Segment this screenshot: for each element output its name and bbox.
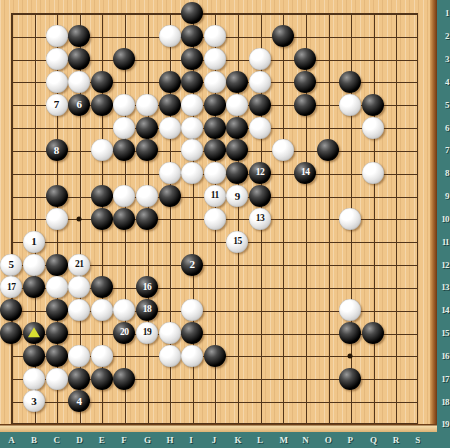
- intersection-D17[interactable]: [68, 367, 91, 390]
- intersection-E9[interactable]: [90, 185, 113, 208]
- intersection-B15[interactable]: [23, 322, 46, 345]
- intersection-K9[interactable]: 9: [226, 185, 249, 208]
- intersection-A16[interactable]: [0, 344, 23, 367]
- intersection-L10[interactable]: 13: [249, 207, 272, 230]
- intersection-I9[interactable]: [181, 185, 204, 208]
- intersection-N11[interactable]: [294, 230, 317, 253]
- intersection-C3[interactable]: [45, 48, 68, 71]
- intersection-C2[interactable]: [45, 25, 68, 48]
- intersection-G9[interactable]: [136, 185, 159, 208]
- intersection-M6[interactable]: [271, 116, 294, 139]
- intersection-N15[interactable]: [294, 322, 317, 345]
- intersection-M15[interactable]: [271, 322, 294, 345]
- intersection-C8[interactable]: [45, 162, 68, 185]
- intersection-P17[interactable]: [339, 367, 362, 390]
- intersection-N6[interactable]: [294, 116, 317, 139]
- intersection-Q16[interactable]: [362, 344, 385, 367]
- intersection-B6[interactable]: [23, 116, 46, 139]
- intersection-L14[interactable]: [249, 299, 272, 322]
- intersection-H11[interactable]: [158, 230, 181, 253]
- intersection-R16[interactable]: [384, 344, 407, 367]
- intersection-M8[interactable]: [271, 162, 294, 185]
- intersection-F3[interactable]: [113, 48, 136, 71]
- intersection-D7[interactable]: [68, 139, 91, 162]
- intersection-Q10[interactable]: [362, 207, 385, 230]
- intersection-L5[interactable]: [249, 93, 272, 116]
- intersection-G10[interactable]: [136, 207, 159, 230]
- intersection-P9[interactable]: [339, 185, 362, 208]
- intersection-F13[interactable]: [113, 276, 136, 299]
- intersection-B18[interactable]: 3: [23, 390, 46, 413]
- intersection-A14[interactable]: [0, 299, 23, 322]
- intersection-I4[interactable]: [181, 70, 204, 93]
- intersection-K6[interactable]: [226, 116, 249, 139]
- intersection-M7[interactable]: [271, 139, 294, 162]
- intersection-J17[interactable]: [203, 367, 226, 390]
- intersection-H4[interactable]: [158, 70, 181, 93]
- intersection-P12[interactable]: [339, 253, 362, 276]
- intersection-O7[interactable]: [317, 139, 340, 162]
- intersection-O12[interactable]: [317, 253, 340, 276]
- intersection-S6[interactable]: [407, 116, 430, 139]
- intersection-L17[interactable]: [249, 367, 272, 390]
- intersection-E14[interactable]: [90, 299, 113, 322]
- intersection-J4[interactable]: [203, 70, 226, 93]
- intersection-K3[interactable]: [226, 48, 249, 71]
- intersection-C5[interactable]: 7: [45, 93, 68, 116]
- intersection-A18[interactable]: [0, 390, 23, 413]
- intersection-D12[interactable]: 21: [68, 253, 91, 276]
- intersection-S3[interactable]: [407, 48, 430, 71]
- intersection-O5[interactable]: [317, 93, 340, 116]
- intersection-A15[interactable]: [0, 322, 23, 345]
- intersection-Q7[interactable]: [362, 139, 385, 162]
- intersection-I6[interactable]: [181, 116, 204, 139]
- intersection-Q15[interactable]: [362, 322, 385, 345]
- intersection-G1[interactable]: [136, 2, 159, 25]
- intersection-N5[interactable]: [294, 93, 317, 116]
- intersection-F4[interactable]: [113, 70, 136, 93]
- intersection-I3[interactable]: [181, 48, 204, 71]
- intersection-L12[interactable]: [249, 253, 272, 276]
- intersection-B7[interactable]: [23, 139, 46, 162]
- intersection-A10[interactable]: [0, 207, 23, 230]
- intersection-C13[interactable]: [45, 276, 68, 299]
- intersection-E5[interactable]: [90, 93, 113, 116]
- intersection-A1[interactable]: [0, 2, 23, 25]
- intersection-G16[interactable]: [136, 344, 159, 367]
- intersection-J1[interactable]: [203, 2, 226, 25]
- intersection-J10[interactable]: [203, 207, 226, 230]
- intersection-H10[interactable]: [158, 207, 181, 230]
- intersection-K17[interactable]: [226, 367, 249, 390]
- intersection-S5[interactable]: [407, 93, 430, 116]
- intersection-R17[interactable]: [384, 367, 407, 390]
- intersection-M17[interactable]: [271, 367, 294, 390]
- intersection-K18[interactable]: [226, 390, 249, 413]
- intersection-E10[interactable]: [90, 207, 113, 230]
- intersection-R13[interactable]: [384, 276, 407, 299]
- intersection-S16[interactable]: [407, 344, 430, 367]
- intersection-I1[interactable]: [181, 2, 204, 25]
- intersection-G2[interactable]: [136, 25, 159, 48]
- intersection-A11[interactable]: [0, 230, 23, 253]
- intersection-F10[interactable]: [113, 207, 136, 230]
- intersection-P11[interactable]: [339, 230, 362, 253]
- intersection-F5[interactable]: [113, 93, 136, 116]
- intersection-N10[interactable]: [294, 207, 317, 230]
- intersection-C12[interactable]: [45, 253, 68, 276]
- intersection-R7[interactable]: [384, 139, 407, 162]
- intersection-B8[interactable]: [23, 162, 46, 185]
- intersection-O3[interactable]: [317, 48, 340, 71]
- intersection-S15[interactable]: [407, 322, 430, 345]
- intersection-C14[interactable]: [45, 299, 68, 322]
- intersection-O15[interactable]: [317, 322, 340, 345]
- intersection-K11[interactable]: 15: [226, 230, 249, 253]
- intersection-G7[interactable]: [136, 139, 159, 162]
- intersection-E4[interactable]: [90, 70, 113, 93]
- intersection-C10[interactable]: [45, 207, 68, 230]
- intersection-Q18[interactable]: [362, 390, 385, 413]
- intersection-C15[interactable]: [45, 322, 68, 345]
- intersection-C11[interactable]: [45, 230, 68, 253]
- intersection-F14[interactable]: [113, 299, 136, 322]
- intersection-D14[interactable]: [68, 299, 91, 322]
- intersection-F7[interactable]: [113, 139, 136, 162]
- intersection-D2[interactable]: [68, 25, 91, 48]
- intersection-F16[interactable]: [113, 344, 136, 367]
- intersection-S17[interactable]: [407, 367, 430, 390]
- intersection-K15[interactable]: [226, 322, 249, 345]
- intersection-G15[interactable]: 19: [136, 322, 159, 345]
- intersection-L15[interactable]: [249, 322, 272, 345]
- intersection-D15[interactable]: [68, 322, 91, 345]
- intersection-H17[interactable]: [158, 367, 181, 390]
- intersection-J13[interactable]: [203, 276, 226, 299]
- intersection-B16[interactable]: [23, 344, 46, 367]
- intersection-D13[interactable]: [68, 276, 91, 299]
- intersection-N1[interactable]: [294, 2, 317, 25]
- intersection-G3[interactable]: [136, 48, 159, 71]
- intersection-R8[interactable]: [384, 162, 407, 185]
- intersection-A3[interactable]: [0, 48, 23, 71]
- intersection-J8[interactable]: [203, 162, 226, 185]
- intersection-S4[interactable]: [407, 70, 430, 93]
- intersection-L11[interactable]: [249, 230, 272, 253]
- intersection-N3[interactable]: [294, 48, 317, 71]
- intersection-F12[interactable]: [113, 253, 136, 276]
- intersection-R18[interactable]: [384, 390, 407, 413]
- intersection-H6[interactable]: [158, 116, 181, 139]
- intersection-G6[interactable]: [136, 116, 159, 139]
- intersection-P15[interactable]: [339, 322, 362, 345]
- intersection-I18[interactable]: [181, 390, 204, 413]
- intersection-O11[interactable]: [317, 230, 340, 253]
- intersection-O10[interactable]: [317, 207, 340, 230]
- intersection-N2[interactable]: [294, 25, 317, 48]
- intersection-R10[interactable]: [384, 207, 407, 230]
- intersection-K16[interactable]: [226, 344, 249, 367]
- intersection-H15[interactable]: [158, 322, 181, 345]
- intersection-J15[interactable]: [203, 322, 226, 345]
- intersection-J2[interactable]: [203, 25, 226, 48]
- intersection-D4[interactable]: [68, 70, 91, 93]
- intersection-G5[interactable]: [136, 93, 159, 116]
- intersection-N4[interactable]: [294, 70, 317, 93]
- intersection-F2[interactable]: [113, 25, 136, 48]
- intersection-I12[interactable]: 2: [181, 253, 204, 276]
- intersection-O8[interactable]: [317, 162, 340, 185]
- intersection-K1[interactable]: [226, 2, 249, 25]
- intersection-P18[interactable]: [339, 390, 362, 413]
- intersection-S9[interactable]: [407, 185, 430, 208]
- intersection-Q3[interactable]: [362, 48, 385, 71]
- intersection-O16[interactable]: [317, 344, 340, 367]
- intersection-R11[interactable]: [384, 230, 407, 253]
- intersection-B2[interactable]: [23, 25, 46, 48]
- intersection-H16[interactable]: [158, 344, 181, 367]
- intersection-E6[interactable]: [90, 116, 113, 139]
- intersection-M11[interactable]: [271, 230, 294, 253]
- intersection-A6[interactable]: [0, 116, 23, 139]
- intersection-J9[interactable]: 11: [203, 185, 226, 208]
- intersection-K4[interactable]: [226, 70, 249, 93]
- intersection-K14[interactable]: [226, 299, 249, 322]
- intersection-H7[interactable]: [158, 139, 181, 162]
- intersection-G11[interactable]: [136, 230, 159, 253]
- intersection-J11[interactable]: [203, 230, 226, 253]
- intersection-S11[interactable]: [407, 230, 430, 253]
- intersection-I11[interactable]: [181, 230, 204, 253]
- intersection-B17[interactable]: [23, 367, 46, 390]
- intersection-S7[interactable]: [407, 139, 430, 162]
- intersection-N17[interactable]: [294, 367, 317, 390]
- intersection-K10[interactable]: [226, 207, 249, 230]
- intersection-D1[interactable]: [68, 2, 91, 25]
- intersection-K5[interactable]: [226, 93, 249, 116]
- intersection-Q6[interactable]: [362, 116, 385, 139]
- intersection-R3[interactable]: [384, 48, 407, 71]
- intersection-O17[interactable]: [317, 367, 340, 390]
- intersection-C9[interactable]: [45, 185, 68, 208]
- intersection-J12[interactable]: [203, 253, 226, 276]
- intersection-P10[interactable]: [339, 207, 362, 230]
- intersection-B9[interactable]: [23, 185, 46, 208]
- intersection-Q4[interactable]: [362, 70, 385, 93]
- intersection-I17[interactable]: [181, 367, 204, 390]
- intersection-E8[interactable]: [90, 162, 113, 185]
- intersection-A7[interactable]: [0, 139, 23, 162]
- intersection-B13[interactable]: [23, 276, 46, 299]
- intersection-A8[interactable]: [0, 162, 23, 185]
- intersection-N13[interactable]: [294, 276, 317, 299]
- intersection-J16[interactable]: [203, 344, 226, 367]
- intersection-I15[interactable]: [181, 322, 204, 345]
- intersection-D11[interactable]: [68, 230, 91, 253]
- intersection-E2[interactable]: [90, 25, 113, 48]
- intersection-O6[interactable]: [317, 116, 340, 139]
- intersection-P1[interactable]: [339, 2, 362, 25]
- intersection-A2[interactable]: [0, 25, 23, 48]
- intersection-S18[interactable]: [407, 390, 430, 413]
- intersection-Q2[interactable]: [362, 25, 385, 48]
- intersection-H5[interactable]: [158, 93, 181, 116]
- intersection-F15[interactable]: 20: [113, 322, 136, 345]
- intersection-D9[interactable]: [68, 185, 91, 208]
- intersection-O4[interactable]: [317, 70, 340, 93]
- intersection-M13[interactable]: [271, 276, 294, 299]
- intersection-A17[interactable]: [0, 367, 23, 390]
- intersection-M12[interactable]: [271, 253, 294, 276]
- intersection-M18[interactable]: [271, 390, 294, 413]
- intersection-P7[interactable]: [339, 139, 362, 162]
- intersection-I10[interactable]: [181, 207, 204, 230]
- intersection-H1[interactable]: [158, 2, 181, 25]
- intersection-D8[interactable]: [68, 162, 91, 185]
- intersection-K12[interactable]: [226, 253, 249, 276]
- intersection-R5[interactable]: [384, 93, 407, 116]
- intersection-G8[interactable]: [136, 162, 159, 185]
- intersection-E13[interactable]: [90, 276, 113, 299]
- intersection-S10[interactable]: [407, 207, 430, 230]
- intersection-J3[interactable]: [203, 48, 226, 71]
- intersection-R15[interactable]: [384, 322, 407, 345]
- intersection-S1[interactable]: [407, 2, 430, 25]
- intersection-L1[interactable]: [249, 2, 272, 25]
- intersection-L2[interactable]: [249, 25, 272, 48]
- intersection-E11[interactable]: [90, 230, 113, 253]
- intersection-S14[interactable]: [407, 299, 430, 322]
- intersection-K2[interactable]: [226, 25, 249, 48]
- intersection-M14[interactable]: [271, 299, 294, 322]
- intersection-K13[interactable]: [226, 276, 249, 299]
- intersection-R2[interactable]: [384, 25, 407, 48]
- intersection-N16[interactable]: [294, 344, 317, 367]
- intersection-Q13[interactable]: [362, 276, 385, 299]
- intersection-E15[interactable]: [90, 322, 113, 345]
- intersection-C1[interactable]: [45, 2, 68, 25]
- intersection-I8[interactable]: [181, 162, 204, 185]
- intersection-L16[interactable]: [249, 344, 272, 367]
- intersection-A4[interactable]: [0, 70, 23, 93]
- intersection-R1[interactable]: [384, 2, 407, 25]
- intersection-O1[interactable]: [317, 2, 340, 25]
- intersection-H3[interactable]: [158, 48, 181, 71]
- intersection-O13[interactable]: [317, 276, 340, 299]
- intersection-G14[interactable]: 18: [136, 299, 159, 322]
- intersection-P4[interactable]: [339, 70, 362, 93]
- intersection-I14[interactable]: [181, 299, 204, 322]
- intersection-E3[interactable]: [90, 48, 113, 71]
- intersection-F6[interactable]: [113, 116, 136, 139]
- intersection-D16[interactable]: [68, 344, 91, 367]
- intersection-Q8[interactable]: [362, 162, 385, 185]
- intersection-M3[interactable]: [271, 48, 294, 71]
- intersection-R12[interactable]: [384, 253, 407, 276]
- intersection-I7[interactable]: [181, 139, 204, 162]
- intersection-E17[interactable]: [90, 367, 113, 390]
- intersection-M9[interactable]: [271, 185, 294, 208]
- intersection-P14[interactable]: [339, 299, 362, 322]
- intersection-G13[interactable]: 16: [136, 276, 159, 299]
- intersection-S13[interactable]: [407, 276, 430, 299]
- intersection-H13[interactable]: [158, 276, 181, 299]
- intersection-I16[interactable]: [181, 344, 204, 367]
- intersection-D10[interactable]: [68, 207, 91, 230]
- intersection-G18[interactable]: [136, 390, 159, 413]
- intersection-E16[interactable]: [90, 344, 113, 367]
- intersection-N7[interactable]: [294, 139, 317, 162]
- intersection-M10[interactable]: [271, 207, 294, 230]
- intersection-O2[interactable]: [317, 25, 340, 48]
- intersection-Q11[interactable]: [362, 230, 385, 253]
- intersection-L3[interactable]: [249, 48, 272, 71]
- intersection-J18[interactable]: [203, 390, 226, 413]
- intersection-R4[interactable]: [384, 70, 407, 93]
- intersection-M4[interactable]: [271, 70, 294, 93]
- intersection-M16[interactable]: [271, 344, 294, 367]
- intersection-B11[interactable]: 1: [23, 230, 46, 253]
- intersection-L13[interactable]: [249, 276, 272, 299]
- intersection-Q17[interactable]: [362, 367, 385, 390]
- intersection-P6[interactable]: [339, 116, 362, 139]
- intersection-C16[interactable]: [45, 344, 68, 367]
- intersection-A12[interactable]: 5: [0, 253, 23, 276]
- intersection-B12[interactable]: [23, 253, 46, 276]
- intersection-O18[interactable]: [317, 390, 340, 413]
- intersection-L9[interactable]: [249, 185, 272, 208]
- intersection-C17[interactable]: [45, 367, 68, 390]
- intersection-R9[interactable]: [384, 185, 407, 208]
- intersection-N14[interactable]: [294, 299, 317, 322]
- intersection-C18[interactable]: [45, 390, 68, 413]
- intersection-J6[interactable]: [203, 116, 226, 139]
- intersection-E7[interactable]: [90, 139, 113, 162]
- intersection-A9[interactable]: [0, 185, 23, 208]
- intersection-B4[interactable]: [23, 70, 46, 93]
- intersection-M2[interactable]: [271, 25, 294, 48]
- intersection-F9[interactable]: [113, 185, 136, 208]
- intersection-J5[interactable]: [203, 93, 226, 116]
- intersection-B14[interactable]: [23, 299, 46, 322]
- intersection-L4[interactable]: [249, 70, 272, 93]
- intersection-P3[interactable]: [339, 48, 362, 71]
- intersection-H8[interactable]: [158, 162, 181, 185]
- intersection-L8[interactable]: 12: [249, 162, 272, 185]
- intersection-H2[interactable]: [158, 25, 181, 48]
- intersection-P5[interactable]: [339, 93, 362, 116]
- intersection-L7[interactable]: [249, 139, 272, 162]
- intersection-C4[interactable]: [45, 70, 68, 93]
- intersection-P16[interactable]: [339, 344, 362, 367]
- intersection-K8[interactable]: [226, 162, 249, 185]
- intersection-A5[interactable]: [0, 93, 23, 116]
- intersection-G12[interactable]: [136, 253, 159, 276]
- intersection-F8[interactable]: [113, 162, 136, 185]
- intersection-N18[interactable]: [294, 390, 317, 413]
- intersection-E1[interactable]: [90, 2, 113, 25]
- intersection-F1[interactable]: [113, 2, 136, 25]
- intersection-H12[interactable]: [158, 253, 181, 276]
- intersection-N12[interactable]: [294, 253, 317, 276]
- intersection-A13[interactable]: 17: [0, 276, 23, 299]
- intersection-B5[interactable]: [23, 93, 46, 116]
- intersection-F17[interactable]: [113, 367, 136, 390]
- intersection-H18[interactable]: [158, 390, 181, 413]
- intersection-E18[interactable]: [90, 390, 113, 413]
- intersection-O14[interactable]: [317, 299, 340, 322]
